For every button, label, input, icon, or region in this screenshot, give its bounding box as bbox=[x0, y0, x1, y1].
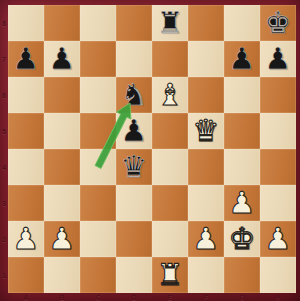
square-a1[interactable] bbox=[8, 257, 44, 293]
file-label-g: G bbox=[224, 293, 260, 301]
square-g3[interactable]: ♟ bbox=[224, 185, 260, 221]
square-d3[interactable] bbox=[116, 185, 152, 221]
square-f5[interactable]: ♛ bbox=[188, 113, 224, 149]
square-g1[interactable] bbox=[224, 257, 260, 293]
piece-white-queen-f5[interactable]: ♛ bbox=[188, 113, 224, 149]
piece-white-pawn-b2[interactable]: ♟ bbox=[44, 221, 80, 257]
square-d4[interactable]: ♛ bbox=[116, 149, 152, 185]
rank-label-1: 1 bbox=[0, 257, 8, 293]
square-b6[interactable] bbox=[44, 77, 80, 113]
square-g2[interactable]: ♚ bbox=[224, 221, 260, 257]
square-d5[interactable]: ♟ bbox=[116, 113, 152, 149]
file-label-d: D bbox=[116, 293, 152, 301]
piece-black-pawn-d5[interactable]: ♟ bbox=[116, 113, 152, 149]
piece-black-pawn-h7[interactable]: ♟ bbox=[260, 41, 296, 77]
square-f6[interactable] bbox=[188, 77, 224, 113]
square-h4[interactable] bbox=[260, 149, 296, 185]
square-e7[interactable] bbox=[152, 41, 188, 77]
square-h7[interactable]: ♟ bbox=[260, 41, 296, 77]
square-c3[interactable] bbox=[80, 185, 116, 221]
square-e6[interactable]: ♝ bbox=[152, 77, 188, 113]
square-c6[interactable] bbox=[80, 77, 116, 113]
square-b2[interactable]: ♟ bbox=[44, 221, 80, 257]
square-g5[interactable] bbox=[224, 113, 260, 149]
piece-white-bishop-e6[interactable]: ♝ bbox=[152, 77, 188, 113]
file-label-a: A bbox=[8, 293, 44, 301]
piece-white-pawn-h2[interactable]: ♟ bbox=[260, 221, 296, 257]
square-d2[interactable] bbox=[116, 221, 152, 257]
square-a4[interactable] bbox=[8, 149, 44, 185]
square-d8[interactable] bbox=[116, 5, 152, 41]
square-a5[interactable] bbox=[8, 113, 44, 149]
square-f7[interactable] bbox=[188, 41, 224, 77]
square-a2[interactable]: ♟ bbox=[8, 221, 44, 257]
square-f8[interactable] bbox=[188, 5, 224, 41]
rank-label-6: 6 bbox=[0, 77, 8, 113]
square-d6[interactable]: ♞ bbox=[116, 77, 152, 113]
piece-black-pawn-g7[interactable]: ♟ bbox=[224, 41, 260, 77]
square-a7[interactable]: ♟ bbox=[8, 41, 44, 77]
square-e4[interactable] bbox=[152, 149, 188, 185]
square-f1[interactable] bbox=[188, 257, 224, 293]
square-e5[interactable] bbox=[152, 113, 188, 149]
square-b5[interactable] bbox=[44, 113, 80, 149]
piece-black-queen-d4[interactable]: ♛ bbox=[116, 149, 152, 185]
square-a6[interactable] bbox=[8, 77, 44, 113]
square-h1[interactable] bbox=[260, 257, 296, 293]
file-label-h: H bbox=[260, 293, 296, 301]
square-h3[interactable] bbox=[260, 185, 296, 221]
piece-white-king-g2[interactable]: ♚ bbox=[224, 221, 260, 257]
square-g8[interactable] bbox=[224, 5, 260, 41]
rank-label-8: 8 bbox=[0, 5, 8, 41]
square-c2[interactable] bbox=[80, 221, 116, 257]
square-b3[interactable] bbox=[44, 185, 80, 221]
square-h8[interactable]: ♚ bbox=[260, 5, 296, 41]
square-g7[interactable]: ♟ bbox=[224, 41, 260, 77]
piece-white-pawn-f2[interactable]: ♟ bbox=[188, 221, 224, 257]
square-b4[interactable] bbox=[44, 149, 80, 185]
square-c5[interactable] bbox=[80, 113, 116, 149]
square-b7[interactable]: ♟ bbox=[44, 41, 80, 77]
square-f3[interactable] bbox=[188, 185, 224, 221]
square-f4[interactable] bbox=[188, 149, 224, 185]
file-label-c: C bbox=[80, 293, 116, 301]
square-a8[interactable] bbox=[8, 5, 44, 41]
piece-white-rook-e1[interactable]: ♜ bbox=[152, 257, 188, 293]
piece-black-king-h8[interactable]: ♚ bbox=[260, 5, 296, 41]
square-e3[interactable] bbox=[152, 185, 188, 221]
square-e2[interactable] bbox=[152, 221, 188, 257]
square-d7[interactable] bbox=[116, 41, 152, 77]
board-grid: ♜♚♟♟♟♟♞♝♟♛♛♟♟♟♟♚♟♜ bbox=[8, 5, 296, 293]
piece-white-pawn-g3[interactable]: ♟ bbox=[224, 185, 260, 221]
square-d1[interactable] bbox=[116, 257, 152, 293]
square-b1[interactable] bbox=[44, 257, 80, 293]
square-c8[interactable] bbox=[80, 5, 116, 41]
piece-white-pawn-a2[interactable]: ♟ bbox=[8, 221, 44, 257]
square-a3[interactable] bbox=[8, 185, 44, 221]
square-h5[interactable] bbox=[260, 113, 296, 149]
square-c1[interactable] bbox=[80, 257, 116, 293]
square-c4[interactable] bbox=[80, 149, 116, 185]
rank-label-5: 5 bbox=[0, 113, 8, 149]
rank-label-7: 7 bbox=[0, 41, 8, 77]
square-h6[interactable] bbox=[260, 77, 296, 113]
square-e1[interactable]: ♜ bbox=[152, 257, 188, 293]
square-f2[interactable]: ♟ bbox=[188, 221, 224, 257]
piece-black-rook-e8[interactable]: ♜ bbox=[152, 5, 188, 41]
square-e8[interactable]: ♜ bbox=[152, 5, 188, 41]
piece-black-knight-d6[interactable]: ♞ bbox=[116, 77, 152, 113]
piece-black-pawn-b7[interactable]: ♟ bbox=[44, 41, 80, 77]
file-label-f: F bbox=[188, 293, 224, 301]
rank-label-3: 3 bbox=[0, 185, 8, 221]
square-g6[interactable] bbox=[224, 77, 260, 113]
square-c7[interactable] bbox=[80, 41, 116, 77]
rank-label-4: 4 bbox=[0, 149, 8, 185]
square-g4[interactable] bbox=[224, 149, 260, 185]
piece-black-pawn-a7[interactable]: ♟ bbox=[8, 41, 44, 77]
square-h2[interactable]: ♟ bbox=[260, 221, 296, 257]
file-label-b: B bbox=[44, 293, 80, 301]
square-b8[interactable] bbox=[44, 5, 80, 41]
chessboard-frame: 87654321 ♜♚♟♟♟♟♞♝♟♛♛♟♟♟♟♚♟♜ ABCDEFGH bbox=[0, 0, 300, 301]
file-label-e: E bbox=[152, 293, 188, 301]
rank-label-2: 2 bbox=[0, 221, 8, 257]
